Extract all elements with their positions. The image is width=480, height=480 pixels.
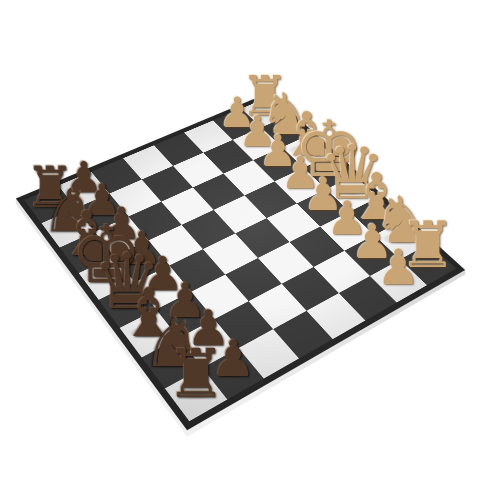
piece-black-rook-a8[interactable]: ♜ [162, 341, 229, 408]
chess-scene: ♜♟♞♟♝♟♚♟♟♛♜♟♟♝♞♟♟♞♝♟♟♜♚♟♟♛♟♝♟♞♟♜ [0, 0, 480, 480]
piece-white-pawn-a2[interactable]: ♟ [374, 243, 423, 292]
